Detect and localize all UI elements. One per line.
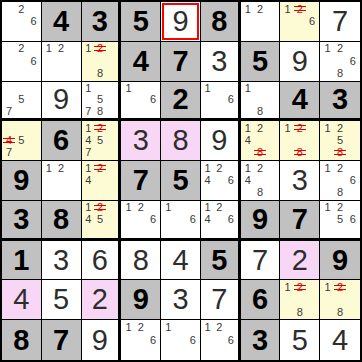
cell-r5c3[interactable]: 124 (82, 161, 122, 201)
candidate-6: 6 (225, 213, 237, 225)
eliminated-candidate-8: 8 (334, 147, 347, 159)
candidate-6: 6 (346, 213, 359, 225)
given-digit: 3 (82, 2, 119, 41)
candidate-8: 8 (334, 187, 347, 199)
given-digit: 7 (161, 42, 200, 81)
candidate-8: 8 (94, 67, 106, 79)
cell-r2c4[interactable]: 4 (121, 42, 161, 82)
candidate-4: 4 (83, 213, 95, 225)
eliminated-candidate-2: 2 (94, 202, 106, 214)
cell-r6c7[interactable]: 9 (241, 201, 281, 241)
candidates-grid: 1248 (242, 162, 279, 199)
cell-r5c5[interactable]: 5 (161, 161, 201, 201)
candidate-6: 6 (28, 55, 40, 67)
solved-digit: 4 (320, 320, 360, 360)
candidate-8: 8 (334, 306, 347, 318)
cell-r6c3[interactable]: 1245 (82, 201, 122, 241)
solved-digit: 7 (320, 2, 360, 41)
candidate-2: 2 (254, 162, 266, 174)
cell-r9c1[interactable]: 8 (2, 320, 42, 360)
eliminated-candidate-4: 4 (3, 135, 15, 147)
cell-r3c9[interactable]: 3 (320, 82, 360, 122)
cell-r3c6[interactable]: 16 (201, 82, 241, 122)
cell-r4c7[interactable]: 1248 (241, 121, 281, 161)
cell-r6c4[interactable]: 126 (121, 201, 161, 241)
given-digit: 1 (2, 241, 41, 280)
candidate-8: 8 (334, 67, 347, 79)
cell-r4c6[interactable]: 9 (201, 121, 241, 161)
cell-r8c3[interactable]: 2 (82, 280, 122, 320)
cell-r3c3[interactable]: 1578 (82, 82, 122, 122)
eliminated-candidate-8: 8 (254, 147, 266, 159)
candidate-1: 1 (202, 321, 214, 334)
eliminated-candidate-2: 2 (294, 122, 306, 134)
candidate-2: 2 (334, 122, 347, 134)
candidate-1: 1 (202, 202, 214, 214)
candidates-grid: 128 (321, 281, 359, 318)
candidates-grid: 12457 (83, 122, 118, 159)
candidates-grid: 26 (3, 3, 40, 40)
solved-digit: 4 (2, 280, 41, 319)
candidate-1: 1 (43, 162, 55, 174)
cell-r1c7[interactable]: 12 (241, 2, 281, 42)
candidate-1: 1 (242, 3, 254, 15)
given-digit: 3 (241, 320, 280, 360)
cell-r2c3[interactable]: 128 (82, 42, 122, 82)
given-digit: 5 (161, 161, 200, 200)
solved-digit: 3 (121, 121, 160, 160)
candidate-4: 4 (242, 174, 254, 186)
candidates-grid: 12 (242, 3, 279, 40)
cell-r5c2[interactable]: 12 (42, 161, 82, 201)
cell-r9c8[interactable]: 5 (280, 320, 320, 360)
candidate-7: 7 (3, 147, 15, 159)
candidates-grid: 57 (3, 83, 40, 118)
candidate-2: 2 (213, 202, 225, 214)
solved-digit: 6 (82, 241, 119, 280)
candidate-2: 2 (334, 202, 347, 214)
candidate-4: 4 (202, 174, 214, 186)
cell-r7c1[interactable]: 1 (2, 241, 42, 281)
candidates-grid: 1246 (202, 202, 237, 237)
candidate-1: 1 (242, 83, 254, 95)
candidate-6: 6 (187, 213, 199, 225)
candidate-6: 6 (147, 94, 159, 106)
candidate-1: 1 (281, 281, 293, 293)
candidates-grid: 1256 (321, 202, 359, 237)
cell-r3c8[interactable]: 4 (280, 82, 320, 122)
candidate-6: 6 (225, 334, 237, 347)
solved-digit: 9 (201, 121, 238, 160)
candidate-1: 1 (321, 43, 334, 55)
candidate-1: 1 (122, 321, 134, 334)
candidate-5: 5 (15, 135, 27, 147)
candidates-grid: 1268 (321, 162, 359, 199)
candidate-4: 4 (242, 135, 254, 147)
cell-r8c9[interactable]: 128 (320, 280, 360, 320)
candidates-grid: 1268 (321, 43, 359, 80)
candidate-1: 1 (321, 281, 334, 293)
cell-r9c5[interactable]: 16 (161, 320, 201, 360)
candidates-grid: 1245 (83, 202, 118, 237)
solved-digit: 7 (241, 241, 280, 280)
candidate-6: 6 (28, 15, 40, 27)
candidate-6: 6 (306, 15, 318, 27)
candidates-grid: 128 (83, 43, 118, 80)
cell-r1c4[interactable]: 5 (121, 2, 161, 42)
given-digit: 9 (241, 201, 280, 238)
candidates-grid: 18 (242, 83, 279, 118)
candidate-1: 1 (242, 162, 254, 174)
solved-digit: 8 (161, 121, 200, 160)
given-digit: 2 (161, 82, 200, 119)
candidate-2: 2 (55, 43, 67, 55)
cell-r4c4[interactable]: 3 (121, 121, 161, 161)
candidate-5: 5 (94, 94, 106, 106)
candidate-8: 8 (254, 187, 266, 199)
cell-r6c8[interactable]: 7 (280, 201, 320, 241)
candidate-8: 8 (254, 106, 266, 118)
candidate-7: 7 (83, 147, 95, 159)
cell-r6c5[interactable]: 16 (161, 201, 201, 241)
cell-r2c6[interactable]: 3 (201, 42, 241, 82)
candidate-2: 2 (213, 321, 225, 334)
candidates-grid: 16 (162, 321, 199, 359)
candidate-5: 5 (94, 213, 106, 225)
candidates-grid: 16 (202, 83, 237, 118)
candidate-7: 7 (3, 106, 15, 118)
eliminated-candidate-2: 2 (94, 122, 106, 134)
candidate-8: 8 (94, 106, 106, 118)
candidates-grid: 124 (83, 162, 118, 199)
candidates-grid: 12 (43, 162, 80, 199)
solved-digit: 8 (121, 241, 160, 280)
cell-r2c9[interactable]: 1268 (320, 42, 360, 82)
cell-r1c8[interactable]: 126 (280, 2, 320, 42)
candidates-grid: 1246 (202, 162, 237, 199)
candidate-2: 2 (254, 122, 266, 134)
solved-digit: 7 (201, 280, 238, 319)
cell-r5c8[interactable]: 3 (280, 161, 320, 201)
given-digit: 7 (280, 201, 319, 238)
candidate-1: 1 (43, 43, 55, 55)
eliminated-candidate-2: 2 (294, 281, 306, 293)
candidates-grid: 126 (202, 321, 237, 359)
cell-r1c9[interactable]: 7 (320, 2, 360, 42)
given-digit: 5 (121, 2, 160, 41)
candidate-2: 2 (15, 43, 27, 55)
candidate-2: 2 (135, 321, 147, 334)
cell-r7c2[interactable]: 3 (42, 241, 82, 281)
cell-r6c1[interactable]: 3 (2, 201, 42, 241)
cell-r8c6[interactable]: 7 (201, 280, 241, 320)
candidate-1: 1 (321, 122, 334, 134)
candidate-5: 5 (334, 213, 347, 225)
cell-r5c4[interactable]: 7 (121, 161, 161, 201)
candidate-4: 4 (83, 174, 95, 186)
given-digit: 5 (201, 241, 238, 280)
solved-digit: 9 (42, 82, 81, 119)
cell-r8c5[interactable]: 3 (161, 280, 201, 320)
cell-r5c7[interactable]: 1248 (241, 161, 281, 201)
eliminated-candidate-8: 8 (294, 147, 306, 159)
cell-r1c2[interactable]: 4 (42, 2, 82, 42)
solved-digit: 3 (201, 42, 238, 81)
cell-r4c5[interactable]: 8 (161, 121, 201, 161)
cell-r3c5[interactable]: 2 (161, 82, 201, 122)
cell-r4c8[interactable]: 128 (280, 121, 320, 161)
candidate-2: 2 (213, 162, 225, 174)
cell-r3c4[interactable]: 16 (121, 82, 161, 122)
cell-r4c1[interactable]: 457 (2, 121, 42, 161)
cell-r5c9[interactable]: 1268 (320, 161, 360, 201)
given-digit: 8 (42, 201, 81, 238)
eliminated-candidate-2: 2 (94, 162, 106, 174)
cell-r6c2[interactable]: 8 (42, 201, 82, 241)
eliminated-candidate-2: 2 (94, 43, 106, 55)
solved-digit: 9 (82, 320, 119, 360)
candidate-2: 2 (55, 162, 67, 174)
candidate-1: 1 (83, 83, 95, 95)
candidate-5: 5 (15, 94, 27, 106)
candidates-grid: 126 (281, 3, 318, 40)
cell-r8c2[interactable]: 5 (42, 280, 82, 320)
candidate-1: 1 (122, 83, 134, 95)
candidate-1: 1 (122, 202, 134, 214)
candidate-1: 1 (242, 122, 254, 134)
candidate-5: 5 (94, 135, 106, 147)
candidate-2: 2 (15, 3, 27, 15)
given-digit: 3 (2, 201, 41, 238)
candidate-6: 6 (346, 55, 359, 67)
candidate-1: 1 (202, 162, 214, 174)
candidate-4: 4 (83, 135, 95, 147)
candidate-1: 1 (281, 122, 293, 134)
cell-r9c3[interactable]: 9 (82, 320, 122, 360)
cell-r1c6[interactable]: 8 (201, 2, 241, 42)
given-digit: 7 (121, 161, 160, 200)
cell-r4c9[interactable]: 1258 (320, 121, 360, 161)
solved-digit: 3 (280, 161, 319, 200)
cell-r9c7[interactable]: 3 (241, 320, 281, 360)
cell-r7c4[interactable]: 8 (121, 241, 161, 281)
given-digit: 6 (241, 280, 280, 319)
solved-digit: 5 (280, 320, 319, 360)
candidate-4: 4 (202, 213, 214, 225)
given-digit: 4 (280, 82, 319, 119)
candidates-grid: 16 (122, 83, 159, 118)
cell-r7c6[interactable]: 5 (201, 241, 241, 281)
cell-r7c7[interactable]: 7 (241, 241, 281, 281)
candidate-1: 1 (83, 122, 95, 134)
cell-r9c6[interactable]: 126 (201, 320, 241, 360)
cell-r1c3[interactable]: 3 (82, 2, 122, 42)
candidate-1: 1 (281, 3, 293, 15)
cell-r8c8[interactable]: 128 (280, 280, 320, 320)
solved-digit: 2 (280, 241, 319, 280)
candidate-2: 2 (135, 202, 147, 214)
cell-r2c2[interactable]: 12 (42, 42, 82, 82)
eliminated-candidate-2: 2 (334, 281, 347, 293)
cell-r2c5[interactable]: 7 (161, 42, 201, 82)
candidate-6: 6 (147, 213, 159, 225)
cell-r6c9[interactable]: 1256 (320, 201, 360, 241)
candidate-1: 1 (162, 202, 174, 214)
candidate-8: 8 (294, 306, 306, 318)
candidate-2: 2 (334, 43, 347, 55)
cell-r2c1[interactable]: 26 (2, 42, 42, 82)
given-digit: 9 (320, 241, 360, 280)
cell-r2c8[interactable]: 9 (280, 42, 320, 82)
given-digit: 7 (42, 320, 81, 360)
cell-r7c8[interactable]: 2 (280, 241, 320, 281)
candidates-grid: 126 (122, 202, 159, 237)
candidate-7: 7 (83, 106, 95, 118)
cell-r1c1[interactable]: 26 (2, 2, 42, 42)
candidate-1: 1 (83, 43, 95, 55)
cell-r3c1[interactable]: 57 (2, 82, 42, 122)
given-digit: 3 (320, 82, 360, 119)
cell-r5c1[interactable]: 9 (2, 161, 42, 201)
candidate-6: 6 (225, 94, 237, 106)
cell-r9c9[interactable]: 4 (320, 320, 360, 360)
given-digit: 4 (42, 2, 81, 41)
given-digit: 9 (121, 280, 160, 319)
candidate-1: 1 (162, 321, 174, 334)
candidates-grid: 457 (3, 122, 40, 159)
cell-r6c6[interactable]: 1246 (201, 201, 241, 241)
given-digit: 5 (241, 42, 280, 81)
candidate-6: 6 (346, 174, 359, 186)
candidates-grid: 26 (3, 43, 40, 80)
candidate-6: 6 (225, 174, 237, 186)
cell-r7c3[interactable]: 6 (82, 241, 122, 281)
solved-digit: 3 (42, 241, 81, 280)
solved-digit: 9 (280, 42, 319, 81)
candidates-grid: 1258 (321, 122, 359, 159)
candidate-5: 5 (334, 135, 347, 147)
candidates-grid: 12 (43, 43, 80, 80)
cell-r7c9[interactable]: 9 (320, 241, 360, 281)
candidate-2: 2 (254, 3, 266, 15)
cell-r8c4[interactable]: 9 (121, 280, 161, 320)
candidate-1: 1 (321, 162, 334, 174)
candidate-6: 6 (187, 334, 199, 347)
cell-r4c2[interactable]: 6 (42, 121, 82, 161)
solved-digit: 4 (161, 241, 200, 280)
candidate-1: 1 (83, 202, 95, 214)
given-digit: 8 (2, 320, 41, 360)
candidates-grid: 1578 (83, 83, 118, 118)
given-digit: 6 (42, 121, 81, 160)
candidate-1: 1 (83, 162, 95, 174)
cell-r8c7[interactable]: 6 (241, 280, 281, 320)
candidates-grid: 1248 (242, 122, 279, 159)
given-digit: 4 (121, 42, 160, 81)
sudoku-board: 2643598121267261212847359126857915781621… (0, 0, 362, 362)
candidate-6: 6 (147, 334, 159, 347)
candidates-grid: 128 (281, 122, 318, 159)
candidate-2: 2 (334, 162, 347, 174)
eliminated-candidate-2: 2 (294, 3, 306, 15)
candidate-1: 1 (202, 83, 214, 95)
cell-r3c2[interactable]: 9 (42, 82, 82, 122)
cell-r4c3[interactable]: 12457 (82, 121, 122, 161)
candidate-1: 1 (321, 202, 334, 214)
cell-r9c4[interactable]: 126 (121, 320, 161, 360)
cell-r2c7[interactable]: 5 (241, 42, 281, 82)
given-digit: 9 (2, 161, 41, 200)
candidates-grid: 16 (162, 202, 199, 237)
cell-r8c1[interactable]: 4 (2, 280, 42, 320)
cell-r9c2[interactable]: 7 (42, 320, 82, 360)
cell-r5c6[interactable]: 1246 (201, 161, 241, 201)
cell-r1c5[interactable]: 9 (161, 2, 201, 42)
given-digit: 8 (201, 2, 238, 41)
solved-digit: 5 (42, 280, 81, 319)
candidates-grid: 128 (281, 281, 318, 318)
candidates-grid: 126 (122, 321, 159, 359)
solved-digit: 2 (82, 280, 119, 319)
cell-r3c7[interactable]: 18 (241, 82, 281, 122)
cell-r7c5[interactable]: 4 (161, 241, 201, 281)
solved-digit: 3 (161, 280, 200, 319)
solved-digit: 9 (161, 2, 200, 41)
